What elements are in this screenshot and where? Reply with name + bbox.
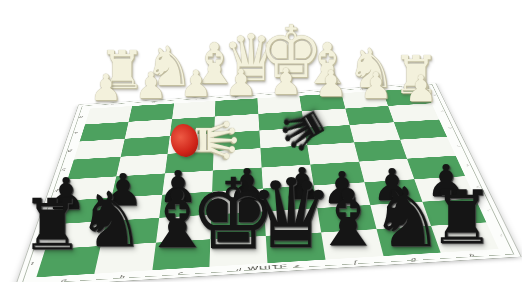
black-knight-b: ♞ (77, 182, 145, 258)
black-rook-a: ♜ (21, 190, 84, 260)
white-pawn-1: ♟ (90, 70, 122, 106)
black-rook-h: ♜ (429, 180, 495, 254)
white-pawn-6: ♟ (315, 66, 347, 102)
white-pawn-5: ♟ (270, 64, 302, 100)
white-pawn-3: ♟ (180, 66, 212, 102)
white-pawn-2: ♟ (135, 68, 167, 104)
white-pawn-7: ♟ (360, 68, 392, 104)
fallen-black-queen: ♛ (269, 97, 337, 163)
chess-set-photo: abcdefgh WHITE 12345678 abcdefgh 1234567… (0, 0, 522, 282)
pieces-layer: ♜♞♝♛♚♝♞♜♟♟♟♟♟♟♟♟♛♛♟♟♟♟♟♟♟♟♜♞♝♚♛♝♞♜ (0, 0, 522, 282)
white-pawn-4: ♟ (225, 65, 257, 101)
white-pawn-8: ♟ (405, 71, 437, 107)
